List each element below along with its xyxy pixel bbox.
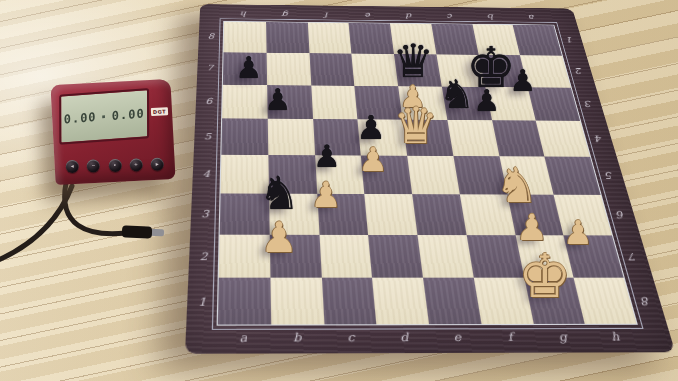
piece-white-pawn-b2[interactable]: ♟ (260, 217, 298, 259)
photo-scene: abcdefgh abcdefgh 12345678 12345678 0.00… (0, 0, 678, 381)
piece-black-queen-e7[interactable]: ♛ (392, 38, 433, 84)
pieces-layer: ♟♟♛♚♟♞♟♟♟♞♟♛♟♟♟♞♟♟♚ (0, 0, 678, 381)
piece-black-pawn-a7[interactable]: ♟ (236, 53, 263, 83)
piece-white-pawn-c3[interactable]: ♟ (310, 178, 341, 213)
piece-white-king-g1[interactable]: ♚ (518, 246, 572, 306)
piece-black-pawn-g6[interactable]: ♟ (474, 86, 501, 116)
piece-white-queen-e5[interactable]: ♛ (394, 101, 439, 151)
piece-black-pawn-c4[interactable]: ♟ (313, 141, 341, 172)
piece-black-knight-f6[interactable]: ♞ (439, 74, 475, 114)
piece-black-pawn-b6[interactable]: ♟ (265, 85, 292, 115)
piece-black-pawn-h7[interactable]: ♟ (510, 66, 537, 96)
piece-white-pawn-d4[interactable]: ♟ (358, 143, 388, 176)
piece-black-knight-b3[interactable]: ♞ (258, 170, 299, 216)
piece-white-knight-g3[interactable]: ♞ (495, 161, 538, 209)
